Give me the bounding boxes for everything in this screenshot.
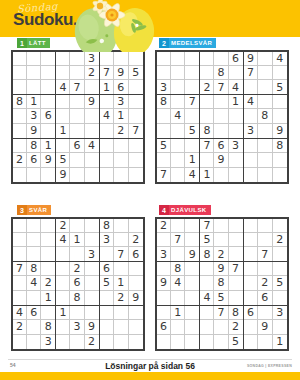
- sudoku-box: [13, 52, 56, 95]
- sudoku-cell: 6: [70, 139, 84, 153]
- sudoku-cell: 8: [27, 262, 41, 276]
- sudoku-cell: [214, 233, 228, 247]
- sudoku-cell: [273, 168, 287, 182]
- sudoku-cell: 8: [229, 306, 243, 320]
- sudoku-cell: 4: [273, 52, 287, 66]
- sudoku-cell: [171, 320, 185, 334]
- sudoku-cell: [114, 219, 128, 233]
- sudoku-cell: [13, 52, 27, 66]
- sudoku-cell: 5: [229, 335, 243, 349]
- sudoku-cell: [157, 306, 171, 320]
- sudoku-cell: [171, 219, 185, 233]
- sudoku-cell: 1: [185, 153, 199, 167]
- sudoku-cell: 6: [229, 52, 243, 66]
- sudoku-box: 894: [157, 262, 200, 305]
- sudoku-cell: 2: [85, 335, 99, 349]
- sudoku-cell: [85, 219, 99, 233]
- sudoku-cell: [13, 276, 27, 290]
- sudoku-cell: [41, 124, 55, 138]
- sudoku-cell: 5: [214, 291, 228, 305]
- sudoku-cell: [56, 291, 70, 305]
- sudoku-cell: 1: [27, 95, 41, 109]
- sudoku-box: 2413: [56, 219, 99, 262]
- sudoku-cell: [200, 153, 214, 167]
- footer-edition-text: SÖNDAG | EXPRESSEN: [247, 364, 292, 368]
- sudoku-cell: [85, 80, 99, 94]
- sudoku-cell: [56, 262, 70, 276]
- sudoku-cell: [200, 52, 214, 66]
- sudoku-box: 5174: [157, 139, 200, 182]
- sudoku-cell: [100, 320, 114, 334]
- sudoku-cell: [114, 335, 128, 349]
- sudoku-cell: [27, 233, 41, 247]
- sudoku-cell: [157, 262, 171, 276]
- sudoku-cell: [244, 291, 258, 305]
- sudoku-cell: [214, 335, 228, 349]
- sudoku-cell: 3: [41, 335, 55, 349]
- sudoku-box: [13, 219, 56, 262]
- sudoku-cell: 6: [129, 247, 143, 261]
- sudoku-cell: [129, 52, 143, 66]
- sudoku-cell: [185, 66, 199, 80]
- sudoku-cell: [70, 219, 84, 233]
- badge-djavulsk: 4 DJÄVULSK: [159, 205, 211, 215]
- sudoku-box: 83276: [100, 219, 143, 262]
- sudoku-cell: 1: [56, 124, 70, 138]
- sudoku-cell: [229, 153, 243, 167]
- sudoku-cell: 2: [229, 320, 243, 334]
- sudoku-cell: [244, 320, 258, 334]
- badge-number: 4: [159, 205, 169, 215]
- sudoku-cell: [114, 233, 128, 247]
- sudoku-cell: [171, 124, 185, 138]
- sudoku-cell: 3: [114, 95, 128, 109]
- sudoku-cell: [41, 80, 55, 94]
- sudoku-cell: [185, 306, 199, 320]
- sudoku-cell: 9: [214, 262, 228, 276]
- sudoku-cell: [129, 168, 143, 182]
- sudoku-cell: [171, 52, 185, 66]
- sudoku-cell: 9: [85, 95, 99, 109]
- sudoku-cell: [27, 335, 41, 349]
- sudoku-cell: 2: [70, 262, 84, 276]
- sudoku-cell: [185, 109, 199, 123]
- sudoku-cell: 6: [214, 139, 228, 153]
- sudoku-cell: [214, 168, 228, 182]
- sudoku-cell: [129, 219, 143, 233]
- sudoku-cell: [229, 233, 243, 247]
- sudoku-cell: 7: [258, 247, 272, 261]
- sudoku-cell: [229, 109, 243, 123]
- badge-label: DJÄVULSK: [169, 205, 211, 215]
- sudoku-cell: [157, 153, 171, 167]
- sudoku-cell: [185, 52, 199, 66]
- sudoku-cell: [200, 95, 214, 109]
- sudoku-cell: 5: [200, 233, 214, 247]
- sudoku-cell: [171, 95, 185, 109]
- sudoku-cell: [70, 124, 84, 138]
- sudoku-cell: 4: [185, 168, 199, 182]
- easter-eggs-daffodil-illustration: [70, 0, 162, 52]
- sudoku-cell: 2: [129, 233, 143, 247]
- badge-label: SVÅR: [27, 205, 51, 215]
- sudoku-cell: [27, 219, 41, 233]
- sudoku-cell: [258, 219, 272, 233]
- sudoku-box: 46283: [13, 306, 56, 349]
- sudoku-cell: 8: [171, 262, 185, 276]
- sudoku-cell: 3: [273, 306, 287, 320]
- sudoku-cell: [129, 262, 143, 276]
- sudoku-cell: [100, 247, 114, 261]
- sudoku-cell: 2: [157, 219, 171, 233]
- sudoku-cell: [13, 66, 27, 80]
- sudoku-cell: [27, 247, 41, 261]
- sudoku-cell: 9: [85, 320, 99, 334]
- sudoku-cell: 5: [129, 66, 143, 80]
- sudoku-cell: [100, 139, 114, 153]
- sudoku-cell: [171, 335, 185, 349]
- sudoku-cell: [129, 80, 143, 94]
- sudoku-cell: [273, 219, 287, 233]
- sudoku-cell: [100, 291, 114, 305]
- badge-number: 3: [17, 205, 27, 215]
- sudoku-cell: [157, 52, 171, 66]
- sudoku-cell: [244, 233, 258, 247]
- sudoku-cell: [157, 335, 171, 349]
- sudoku-cell: 3: [85, 247, 99, 261]
- sudoku-cell: [70, 153, 84, 167]
- sudoku-cell: [85, 291, 99, 305]
- sudoku-box: 78421: [13, 262, 56, 305]
- sudoku-box: 16: [157, 306, 200, 349]
- sudoku-cell: 2: [273, 233, 287, 247]
- sudoku-cell: 1: [273, 335, 287, 349]
- sudoku-cell: 2: [258, 276, 272, 290]
- sudoku-cell: [185, 233, 199, 247]
- sudoku-cell: [185, 139, 199, 153]
- sudoku-cell: 7: [13, 262, 27, 276]
- sudoku-cell: 8: [258, 109, 272, 123]
- sudoku-cell: 9: [185, 247, 199, 261]
- sudoku-cell: 4: [27, 276, 41, 290]
- sudoku-cell: 6: [70, 276, 84, 290]
- sudoku-cell: 7: [171, 233, 185, 247]
- sudoku-cell: [185, 276, 199, 290]
- sudoku-cell: [70, 66, 84, 80]
- sudoku-cell: [85, 109, 99, 123]
- sudoku-cell: 3: [229, 139, 243, 153]
- sudoku-cell: 2: [85, 66, 99, 80]
- sudoku-cell: [13, 247, 27, 261]
- sudoku-cell: [13, 109, 27, 123]
- sudoku-cell: [244, 109, 258, 123]
- sudoku-cell: [258, 66, 272, 80]
- sudoku-cell: [70, 247, 84, 261]
- sudoku-cell: 8: [273, 139, 287, 153]
- sudoku-box: 18: [200, 95, 243, 138]
- sudoku-cell: 1: [56, 306, 70, 320]
- sudoku-cell: 2: [56, 219, 70, 233]
- sudoku-cell: 8: [214, 66, 228, 80]
- sudoku-cell: [114, 52, 128, 66]
- sudoku-cell: [13, 124, 27, 138]
- sudoku-cell: 6: [258, 291, 272, 305]
- sudoku-cell: 7: [200, 139, 214, 153]
- sudoku-cell: 7: [100, 66, 114, 80]
- sudoku-cell: [171, 66, 185, 80]
- sudoku-cell: [229, 219, 243, 233]
- sudoku-cell: 7: [244, 66, 258, 80]
- sudoku-cell: [214, 320, 228, 334]
- sudoku-box: 97845: [200, 262, 243, 305]
- sudoku-cell: [273, 247, 287, 261]
- sudoku-cell: [56, 247, 70, 261]
- sudoku-cell: [56, 52, 70, 66]
- sudoku-cell: 4: [85, 139, 99, 153]
- sudoku-cell: [27, 320, 41, 334]
- sudoku-cell: 6: [27, 153, 41, 167]
- badge-label: LÄTT: [27, 38, 50, 48]
- sudoku-cell: [70, 95, 84, 109]
- sudoku-cell: [100, 168, 114, 182]
- sudoku-cell: [244, 139, 258, 153]
- sudoku-cell: [85, 124, 99, 138]
- sudoku-cell: [41, 233, 55, 247]
- sudoku-cell: [200, 276, 214, 290]
- sudoku-cell: 3: [157, 80, 171, 94]
- sudoku-cell: [229, 247, 243, 261]
- sudoku-cell: 6: [100, 262, 114, 276]
- sudoku-cell: 7: [70, 80, 84, 94]
- sudoku-box: 9475: [244, 52, 287, 95]
- sudoku-cell: [85, 233, 99, 247]
- sudoku-cell: [229, 66, 243, 80]
- sudoku-cell: [200, 109, 214, 123]
- sudoku-cell: [171, 247, 185, 261]
- sudoku-box: 81269: [13, 139, 56, 182]
- sudoku-cell: 7: [114, 247, 128, 261]
- sudoku-cell: [185, 262, 199, 276]
- sudoku-cell: 5: [56, 153, 70, 167]
- sudoku-cell: [244, 168, 258, 182]
- sudoku-cell: [171, 139, 185, 153]
- sudoku-cell: 3: [70, 320, 84, 334]
- sudoku-cell: [244, 262, 258, 276]
- sudoku-cell: [157, 291, 171, 305]
- sudoku-cell: 5: [273, 276, 287, 290]
- sudoku-cell: [56, 66, 70, 80]
- sudoku-cell: 1: [100, 80, 114, 94]
- sudoku-cell: [244, 153, 258, 167]
- sudoku-box: 3247: [56, 52, 99, 95]
- sudoku-cell: 4: [13, 306, 27, 320]
- sudoku-cell: [258, 80, 272, 94]
- sudoku-cell: [56, 276, 70, 290]
- sudoku-cell: 2: [41, 276, 55, 290]
- sudoku-cell: [129, 276, 143, 290]
- sudoku-cell: [214, 52, 228, 66]
- sudoku-cell: [185, 80, 199, 94]
- sudoku-cell: [85, 262, 99, 276]
- sudoku-box: 81369: [13, 95, 56, 138]
- sudoku-cell: [244, 335, 258, 349]
- sudoku-cell: [100, 95, 114, 109]
- sudoku-cell: 9: [273, 124, 287, 138]
- sudoku-cell: 2: [13, 320, 27, 334]
- sudoku-box: 256: [244, 262, 287, 305]
- sudoku-cell: 6: [157, 320, 171, 334]
- sudoku-cell: [70, 335, 84, 349]
- badge-label: MEDELSVÅR: [169, 38, 216, 48]
- sudoku-cell: 3: [157, 247, 171, 261]
- sudoku-box: 6459: [56, 139, 99, 182]
- sudoku-cell: [85, 276, 99, 290]
- sudoku-cell: 9: [157, 276, 171, 290]
- sudoku-cell: [244, 276, 258, 290]
- sudoku-cell: [171, 291, 185, 305]
- sudoku-cell: 9: [56, 168, 70, 182]
- sudoku-cell: [258, 262, 272, 276]
- sudoku-cell: 3: [100, 233, 114, 247]
- sudoku-cell: [27, 80, 41, 94]
- sudoku-cell: [114, 306, 128, 320]
- sudoku-cell: [214, 95, 228, 109]
- sudoku-cell: [100, 124, 114, 138]
- sudoku-cell: 8: [100, 219, 114, 233]
- sudoku-cell: [129, 139, 143, 153]
- sudoku-cell: [41, 168, 55, 182]
- sudoku-cell: [214, 219, 228, 233]
- sudoku-cell: [114, 168, 128, 182]
- sudoku-cell: [258, 168, 272, 182]
- sudoku-cell: 8: [41, 320, 55, 334]
- sudoku-cell: [244, 80, 258, 94]
- sudoku-cell: [129, 320, 143, 334]
- sudoku-cell: [229, 276, 243, 290]
- sudoku-cell: 8: [70, 291, 84, 305]
- sudoku-cell: [258, 306, 272, 320]
- sudoku-cell: [41, 247, 55, 261]
- sudoku-box: 8745: [157, 95, 200, 138]
- sudoku-cell: [114, 139, 128, 153]
- sudoku-box: 7582: [200, 219, 243, 262]
- sudoku-cell: [185, 320, 199, 334]
- sudoku-cell: [100, 153, 114, 167]
- badge-medelsvar: 2 MEDELSVÅR: [159, 38, 216, 48]
- sudoku-cell: [129, 109, 143, 123]
- sudoku-cell: [13, 291, 27, 305]
- sudoku-cell: 8: [13, 95, 27, 109]
- sudoku-cell: 2: [114, 124, 128, 138]
- sudoku-box: 4839: [244, 95, 287, 138]
- sudoku-cell: 7: [200, 219, 214, 233]
- sudoku-cell: 9: [244, 52, 258, 66]
- sudoku-cell: [13, 335, 27, 349]
- sudoku-cell: [244, 219, 258, 233]
- sudoku-cell: [171, 153, 185, 167]
- sudoku-cell: 7: [229, 262, 243, 276]
- sudoku-cell: [200, 335, 214, 349]
- sudoku-cell: 8: [157, 95, 171, 109]
- sudoku-cell: [13, 219, 27, 233]
- sudoku-cell: [200, 320, 214, 334]
- sudoku-cell: [70, 109, 84, 123]
- sudoku-cell: [214, 109, 228, 123]
- sudoku-cell: 1: [114, 276, 128, 290]
- sudoku-box: 65129: [100, 262, 143, 305]
- sudoku-cell: 1: [229, 95, 243, 109]
- sudoku-cell: [56, 320, 70, 334]
- sudoku-cell: [85, 306, 99, 320]
- sudoku-cell: [70, 306, 84, 320]
- sudoku-cell: 5: [273, 80, 287, 94]
- sudoku-cell: 4: [244, 95, 258, 109]
- sudoku-box: 76391: [200, 139, 243, 182]
- sudoku-cell: 4: [200, 291, 214, 305]
- sudoku-cell: [171, 80, 185, 94]
- sudoku-cell: [41, 219, 55, 233]
- sudoku-cell: [273, 66, 287, 80]
- brand-title-sudoku: Sudoku.: [13, 11, 77, 28]
- sudoku-cell: [273, 291, 287, 305]
- sudoku-cell: 1: [114, 109, 128, 123]
- sudoku-box: [100, 139, 143, 182]
- sudoku-cell: 4: [171, 276, 185, 290]
- sudoku-cell: [185, 335, 199, 349]
- sudoku-box: 79516: [100, 52, 143, 95]
- sudoku-cell: [157, 233, 171, 247]
- sudoku-cell: 4: [56, 233, 70, 247]
- sudoku-cell: [214, 124, 228, 138]
- sudoku-grid-2: 368274947587451848395174763918: [155, 50, 289, 184]
- sudoku-cell: 7: [185, 95, 199, 109]
- sudoku-cell: [185, 291, 199, 305]
- sudoku-cell: [258, 124, 272, 138]
- sudoku-cell: [56, 139, 70, 153]
- sudoku-cell: [85, 168, 99, 182]
- sudoku-cell: [157, 124, 171, 138]
- sudoku-cell: [41, 306, 55, 320]
- sudoku-cell: [41, 66, 55, 80]
- sudoku-cell: [200, 66, 214, 80]
- sudoku-box: 27: [244, 219, 287, 262]
- sudoku-cell: [13, 168, 27, 182]
- sudoku-box: 6391: [244, 306, 287, 349]
- sudoku-cell: 1: [200, 168, 214, 182]
- sudoku-cell: 1: [70, 233, 84, 247]
- sudoku-cell: 3: [27, 109, 41, 123]
- sudoku-cell: [185, 219, 199, 233]
- sudoku-box: 91: [56, 95, 99, 138]
- sudoku-cell: 7: [214, 306, 228, 320]
- sudoku-cell: 5: [185, 124, 199, 138]
- sudoku-box: 1392: [56, 306, 99, 349]
- badge-number: 1: [17, 38, 27, 48]
- sudoku-cell: [41, 52, 55, 66]
- sudoku-box: 3: [157, 52, 200, 95]
- sudoku-cell: 1: [41, 139, 55, 153]
- sudoku-box: 8: [244, 139, 287, 182]
- sudoku-cell: [273, 320, 287, 334]
- sudoku-cell: [27, 168, 41, 182]
- sudoku-cell: [13, 80, 27, 94]
- sudoku-cell: 8: [200, 124, 214, 138]
- sudoku-cell: 4: [171, 109, 185, 123]
- sudoku-cell: [100, 306, 114, 320]
- sudoku-cell: [157, 109, 171, 123]
- sudoku-cell: 6: [41, 109, 55, 123]
- badge-latt: 1 LÄTT: [17, 38, 50, 48]
